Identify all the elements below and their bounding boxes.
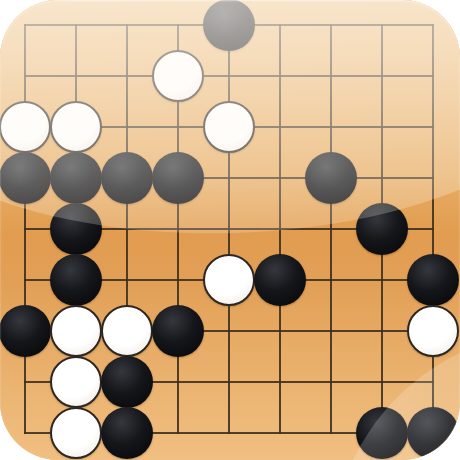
board-intersection-r4c4[interactable] xyxy=(152,152,203,203)
black-stone[interactable] xyxy=(254,254,306,306)
black-stone[interactable] xyxy=(101,356,153,408)
white-stone[interactable] xyxy=(152,50,204,102)
board-intersection-r2c1[interactable] xyxy=(0,50,50,101)
go-app-icon xyxy=(0,0,460,460)
board-intersection-r9c2[interactable] xyxy=(50,407,101,458)
board-intersection-r3c1[interactable] xyxy=(0,101,50,152)
board-intersection-r6c3[interactable] xyxy=(101,254,152,305)
board-intersection-r2c9[interactable] xyxy=(407,50,458,101)
board-intersection-r8c6[interactable] xyxy=(254,356,305,407)
board-intersection-r2c4[interactable] xyxy=(152,50,203,101)
board-intersection-r3c2[interactable] xyxy=(50,101,101,152)
board-intersection-r5c8[interactable] xyxy=(356,203,407,254)
black-stone[interactable] xyxy=(50,254,102,306)
board-intersection-r5c9[interactable] xyxy=(407,203,458,254)
board-intersection-r9c8[interactable] xyxy=(356,407,407,458)
board-intersection-r3c5[interactable] xyxy=(203,101,254,152)
board-intersection-r6c4[interactable] xyxy=(152,254,203,305)
board-intersection-r7c7[interactable] xyxy=(305,305,356,356)
board-intersection-r5c5[interactable] xyxy=(203,203,254,254)
white-stone[interactable] xyxy=(50,101,102,153)
board-intersection-r9c9[interactable] xyxy=(407,407,458,458)
board-intersection-r9c5[interactable] xyxy=(203,407,254,458)
board-intersection-r6c9[interactable] xyxy=(407,254,458,305)
board-intersection-r1c2[interactable] xyxy=(50,0,101,50)
board-intersection-r3c7[interactable] xyxy=(305,101,356,152)
board-intersection-r5c7[interactable] xyxy=(305,203,356,254)
board-intersection-r2c2[interactable] xyxy=(50,50,101,101)
white-stone[interactable] xyxy=(203,254,255,306)
board-intersection-r4c1[interactable] xyxy=(0,152,50,203)
board-intersection-r7c8[interactable] xyxy=(356,305,407,356)
board-intersection-r1c3[interactable] xyxy=(101,0,152,50)
black-stone[interactable] xyxy=(101,152,153,204)
board-intersection-r7c5[interactable] xyxy=(203,305,254,356)
board-intersection-r8c9[interactable] xyxy=(407,356,458,407)
board-intersection-r9c6[interactable] xyxy=(254,407,305,458)
board-intersection-r3c4[interactable] xyxy=(152,101,203,152)
board-intersection-r5c2[interactable] xyxy=(50,203,101,254)
board-intersection-r6c1[interactable] xyxy=(0,254,50,305)
black-stone[interactable] xyxy=(101,407,153,459)
board-intersection-r6c7[interactable] xyxy=(305,254,356,305)
board-intersection-r6c6[interactable] xyxy=(254,254,305,305)
black-stone[interactable] xyxy=(50,203,102,255)
board-intersection-r4c7[interactable] xyxy=(305,152,356,203)
board-intersection-r2c8[interactable] xyxy=(356,50,407,101)
board-intersection-r5c1[interactable] xyxy=(0,203,50,254)
white-stone[interactable] xyxy=(0,101,51,153)
board-intersection-r8c2[interactable] xyxy=(50,356,101,407)
board-intersection-r8c3[interactable] xyxy=(101,356,152,407)
board-intersection-r4c3[interactable] xyxy=(101,152,152,203)
board-intersection-r8c5[interactable] xyxy=(203,356,254,407)
board-intersection-r8c8[interactable] xyxy=(356,356,407,407)
board-intersection-r1c4[interactable] xyxy=(152,0,203,50)
board-intersection-r8c1[interactable] xyxy=(0,356,50,407)
board-intersection-r9c1[interactable] xyxy=(0,407,50,458)
black-stone[interactable] xyxy=(0,305,51,357)
black-stone[interactable] xyxy=(0,152,51,204)
board-intersection-r4c6[interactable] xyxy=(254,152,305,203)
board-intersection-r9c3[interactable] xyxy=(101,407,152,458)
board-intersection-r5c3[interactable] xyxy=(101,203,152,254)
board-intersection-r3c9[interactable] xyxy=(407,101,458,152)
board-intersection-r5c4[interactable] xyxy=(152,203,203,254)
black-stone[interactable] xyxy=(407,407,459,459)
black-stone[interactable] xyxy=(152,152,204,204)
board-intersection-r5c6[interactable] xyxy=(254,203,305,254)
black-stone[interactable] xyxy=(152,305,204,357)
board-intersection-r4c5[interactable] xyxy=(203,152,254,203)
white-stone[interactable] xyxy=(407,305,459,357)
board-intersection-r8c4[interactable] xyxy=(152,356,203,407)
board-intersection-r3c6[interactable] xyxy=(254,101,305,152)
white-stone[interactable] xyxy=(50,407,102,459)
board-intersection-r1c1[interactable] xyxy=(0,0,50,50)
board-intersection-r2c7[interactable] xyxy=(305,50,356,101)
board-intersection-r1c5[interactable] xyxy=(203,0,254,50)
black-stone[interactable] xyxy=(305,152,357,204)
board-intersection-r4c9[interactable] xyxy=(407,152,458,203)
black-stone[interactable] xyxy=(407,254,459,306)
board-intersection-r2c6[interactable] xyxy=(254,50,305,101)
black-stone[interactable] xyxy=(356,407,408,459)
board-intersection-r8c7[interactable] xyxy=(305,356,356,407)
board-intersection-r7c9[interactable] xyxy=(407,305,458,356)
white-stone[interactable] xyxy=(50,305,102,357)
board-intersection-r7c2[interactable] xyxy=(50,305,101,356)
board-intersection-r3c8[interactable] xyxy=(356,101,407,152)
board-intersection-r7c3[interactable] xyxy=(101,305,152,356)
board-intersection-r9c7[interactable] xyxy=(305,407,356,458)
white-stone[interactable] xyxy=(101,305,153,357)
board-intersection-r1c7[interactable] xyxy=(305,0,356,50)
black-stone[interactable] xyxy=(50,152,102,204)
board-intersection-r6c5[interactable] xyxy=(203,254,254,305)
board-intersection-r7c6[interactable] xyxy=(254,305,305,356)
board-intersection-r1c6[interactable] xyxy=(254,0,305,50)
board-intersection-r3c3[interactable] xyxy=(101,101,152,152)
board-intersection-r1c9[interactable] xyxy=(407,0,458,50)
black-stone[interactable] xyxy=(203,0,255,51)
go-board xyxy=(0,0,458,458)
board-intersection-r9c4[interactable] xyxy=(152,407,203,458)
board-intersection-r6c2[interactable] xyxy=(50,254,101,305)
board-intersection-r6c8[interactable] xyxy=(356,254,407,305)
board-intersection-r7c4[interactable] xyxy=(152,305,203,356)
board-intersection-r2c5[interactable] xyxy=(203,50,254,101)
white-stone[interactable] xyxy=(50,356,102,408)
white-stone[interactable] xyxy=(203,101,255,153)
black-stone[interactable] xyxy=(356,203,408,255)
board-intersection-r1c8[interactable] xyxy=(356,0,407,50)
board-intersection-r7c1[interactable] xyxy=(0,305,50,356)
board-intersection-r4c8[interactable] xyxy=(356,152,407,203)
board-intersection-r2c3[interactable] xyxy=(101,50,152,101)
board-intersection-r4c2[interactable] xyxy=(50,152,101,203)
